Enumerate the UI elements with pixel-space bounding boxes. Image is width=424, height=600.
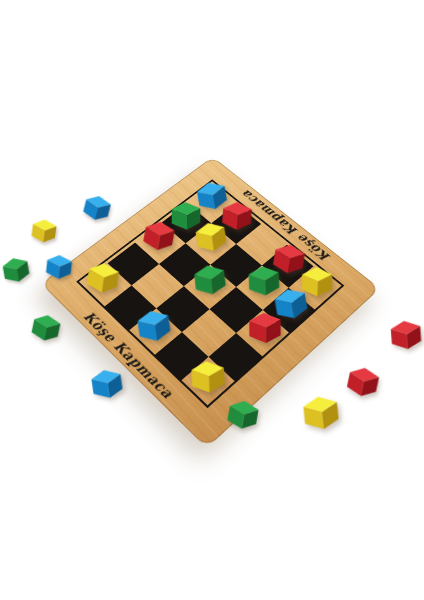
loose-cube-blue[interactable] xyxy=(43,251,76,283)
loose-cube-green[interactable] xyxy=(0,253,33,287)
cube-red[interactable] xyxy=(139,216,180,256)
cube-red[interactable] xyxy=(246,309,284,346)
cube-yellow[interactable] xyxy=(191,217,231,256)
loose-cube-green[interactable] xyxy=(27,309,65,346)
loose-cube-red[interactable] xyxy=(387,316,424,353)
cube-yellow[interactable] xyxy=(188,357,229,397)
cube-yellow[interactable] xyxy=(82,258,123,298)
loose-cube-green[interactable] xyxy=(223,395,263,435)
loose-cube-blue[interactable] xyxy=(87,364,127,403)
photo-canvas: Köşe Kapmaca Köşe Kapmaca xyxy=(0,0,424,600)
cube-blue[interactable] xyxy=(132,305,175,347)
loose-cube-blue[interactable] xyxy=(79,190,116,226)
loose-cube-yellow[interactable] xyxy=(28,215,60,246)
loose-cube-red[interactable] xyxy=(342,361,384,402)
cube-green[interactable] xyxy=(190,260,230,299)
loose-cube-yellow[interactable] xyxy=(299,391,344,435)
